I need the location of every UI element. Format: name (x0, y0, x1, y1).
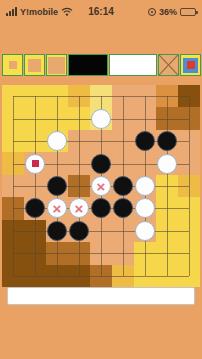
go-analysis-app: { "status_bar": { "carrier": "Y!mobile",… (0, 0, 202, 359)
go-board[interactable]: ××× (2, 85, 200, 287)
orientation-lock-icon (148, 8, 156, 16)
stone-white[interactable] (135, 198, 155, 218)
stone-white[interactable] (157, 154, 177, 174)
tan-square-icon (48, 57, 65, 74)
stone-black[interactable] (91, 198, 111, 218)
stone-white[interactable] (47, 131, 67, 151)
stone-white[interactable] (25, 154, 45, 174)
clock-label: 16:14 (0, 6, 202, 17)
stone-black[interactable] (91, 154, 111, 174)
stone-white[interactable]: × (69, 198, 89, 218)
dead-stone-marker: × (53, 201, 62, 216)
heat-scale-medium-button[interactable] (24, 54, 45, 76)
heat-scale-small-button[interactable] (2, 54, 23, 76)
stone-white[interactable]: × (47, 198, 67, 218)
gridline-horizontal (13, 253, 189, 254)
stone-palette-toolbar (2, 54, 201, 76)
stone-white[interactable] (135, 221, 155, 241)
stone-black[interactable] (47, 221, 67, 241)
stone-black[interactable] (135, 131, 155, 151)
white-stone-button[interactable] (109, 54, 157, 76)
stone-black[interactable] (47, 176, 67, 196)
tan-square-icon (28, 59, 41, 72)
status-bar: Y!mobile 16:14 36% (0, 0, 202, 20)
stone-white[interactable]: × (91, 176, 111, 196)
marker-button[interactable] (180, 54, 201, 76)
last-move-marker (32, 160, 39, 167)
gridline-horizontal (13, 276, 189, 277)
stone-white[interactable] (135, 176, 155, 196)
stone-black[interactable] (69, 221, 89, 241)
gridline-horizontal (13, 231, 189, 232)
stone-black[interactable] (25, 198, 45, 218)
tan-square-icon (9, 61, 17, 69)
cross-icon (159, 55, 178, 75)
dead-stone-marker: × (97, 179, 106, 194)
gridline-vertical (189, 96, 190, 276)
battery-icon (180, 8, 196, 16)
red-square-icon (187, 61, 195, 69)
black-stone-button[interactable] (68, 54, 108, 76)
erase-button[interactable] (158, 54, 179, 76)
comment-input[interactable] (7, 287, 195, 305)
stone-white[interactable] (91, 109, 111, 129)
stone-black[interactable] (113, 176, 133, 196)
blue-square-icon (183, 58, 198, 73)
stone-black[interactable] (157, 131, 177, 151)
dead-stone-marker: × (75, 201, 84, 216)
stone-black[interactable] (113, 198, 133, 218)
gridline-vertical (167, 96, 168, 276)
heat-scale-large-button[interactable] (46, 54, 67, 76)
